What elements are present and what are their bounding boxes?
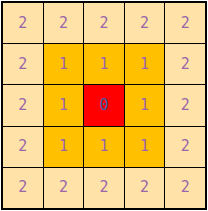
cell-r3c1: 1 (44, 127, 84, 167)
cell-r4c4: 2 (165, 168, 205, 208)
cell-r0c0: 2 (3, 3, 43, 43)
cell-r1c0: 2 (3, 44, 43, 84)
cell-r3c0: 2 (3, 127, 43, 167)
cell-r1c3: 1 (125, 44, 165, 84)
cell-r2c2: 0 (84, 85, 124, 125)
cell-r1c1: 1 (44, 44, 84, 84)
cell-r2c1: 1 (44, 85, 84, 125)
cell-r1c4: 2 (165, 44, 205, 84)
cell-r2c3: 1 (125, 85, 165, 125)
cell-r0c2: 2 (84, 3, 124, 43)
cell-r4c1: 2 (44, 168, 84, 208)
board-wrapper: 2222221112210122111222222 (0, 0, 208, 211)
cell-r0c3: 2 (125, 3, 165, 43)
cell-r3c2: 1 (84, 127, 124, 167)
cell-r1c2: 1 (84, 44, 124, 84)
cell-r4c2: 2 (84, 168, 124, 208)
cell-r4c3: 2 (125, 168, 165, 208)
cell-r3c3: 1 (125, 127, 165, 167)
cell-r2c0: 2 (3, 85, 43, 125)
cell-r0c1: 2 (44, 3, 84, 43)
cell-r0c4: 2 (165, 3, 205, 43)
cell-r4c0: 2 (3, 168, 43, 208)
distance-grid-board: 2222221112210122111222222 (1, 1, 207, 210)
cell-r3c4: 2 (165, 127, 205, 167)
cell-r2c4: 2 (165, 85, 205, 125)
